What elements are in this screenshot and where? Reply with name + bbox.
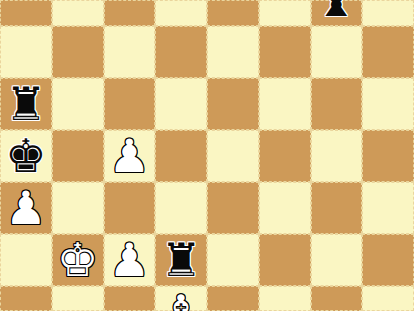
square-d7[interactable]: [155, 0, 207, 26]
piece-black-bishop-g7[interactable]: ♝: [311, 0, 363, 26]
square-h4[interactable]: [362, 130, 414, 182]
piece-white-pawn-c2[interactable]: ♟: [104, 234, 156, 286]
piece-white-pawn-a3[interactable]: ♟: [0, 182, 52, 234]
square-a6[interactable]: [0, 26, 52, 78]
square-e2[interactable]: [207, 234, 259, 286]
square-f6[interactable]: [259, 26, 311, 78]
square-h5[interactable]: [362, 78, 414, 130]
square-b3[interactable]: [52, 182, 104, 234]
square-g2[interactable]: [311, 234, 363, 286]
square-c5[interactable]: [104, 78, 156, 130]
square-f7[interactable]: [259, 0, 311, 26]
square-b7[interactable]: [52, 0, 104, 26]
chess-diagram: ♝♜♚♟♟♚♟♜♝: [0, 0, 414, 311]
square-e6[interactable]: [207, 26, 259, 78]
square-c3[interactable]: [104, 182, 156, 234]
square-e5[interactable]: [207, 78, 259, 130]
piece-black-rook-a5[interactable]: ♜: [0, 78, 52, 130]
square-d5[interactable]: [155, 78, 207, 130]
square-c1[interactable]: [104, 286, 156, 311]
square-g6[interactable]: [311, 26, 363, 78]
square-b1[interactable]: [52, 286, 104, 311]
piece-white-pawn-c4[interactable]: ♟: [104, 130, 156, 182]
square-d6[interactable]: [155, 26, 207, 78]
square-g4[interactable]: [311, 130, 363, 182]
piece-black-king-a4[interactable]: ♚: [0, 130, 52, 182]
square-e3[interactable]: [207, 182, 259, 234]
square-b4[interactable]: [52, 130, 104, 182]
square-g5[interactable]: [311, 78, 363, 130]
square-c6[interactable]: [104, 26, 156, 78]
square-h3[interactable]: [362, 182, 414, 234]
square-h7[interactable]: [362, 0, 414, 26]
square-a7[interactable]: [0, 0, 52, 26]
square-d3[interactable]: [155, 182, 207, 234]
piece-black-rook-d2[interactable]: ♜: [155, 234, 207, 286]
square-b6[interactable]: [52, 26, 104, 78]
square-f2[interactable]: [259, 234, 311, 286]
square-e4[interactable]: [207, 130, 259, 182]
piece-white-bishop-d1[interactable]: ♝: [155, 286, 207, 311]
square-g3[interactable]: [311, 182, 363, 234]
square-f3[interactable]: [259, 182, 311, 234]
square-a2[interactable]: [0, 234, 52, 286]
square-f1[interactable]: [259, 286, 311, 311]
square-h1[interactable]: [362, 286, 414, 311]
square-e1[interactable]: [207, 286, 259, 311]
square-h2[interactable]: [362, 234, 414, 286]
square-f4[interactable]: [259, 130, 311, 182]
square-d4[interactable]: [155, 130, 207, 182]
square-c7[interactable]: [104, 0, 156, 26]
square-b5[interactable]: [52, 78, 104, 130]
square-e7[interactable]: [207, 0, 259, 26]
piece-white-king-b2[interactable]: ♚: [52, 234, 104, 286]
square-f5[interactable]: [259, 78, 311, 130]
square-a1[interactable]: [0, 286, 52, 311]
square-g1[interactable]: [311, 286, 363, 311]
square-h6[interactable]: [362, 26, 414, 78]
